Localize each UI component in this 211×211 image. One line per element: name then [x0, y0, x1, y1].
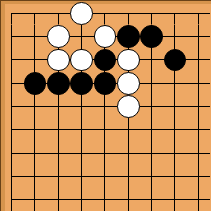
intersection-g7: [140, 142, 163, 165]
white-stone: [47, 49, 70, 72]
intersection-g4: [140, 72, 163, 95]
intersection-d4: [70, 72, 93, 95]
intersection-f3: [117, 48, 140, 71]
intersection-b4: [23, 72, 46, 95]
intersection-d8: [70, 165, 93, 188]
black-stone: [47, 72, 70, 95]
intersection-d9: [70, 188, 93, 211]
white-stone: [70, 49, 93, 72]
black-stone: [70, 72, 93, 95]
intersection-b2: [23, 25, 46, 48]
go-board-diagram: [0, 0, 211, 211]
intersection-a8: [0, 165, 23, 188]
intersection-e8: [93, 165, 116, 188]
intersection-f7: [117, 142, 140, 165]
intersection-e6: [93, 118, 116, 141]
intersection-i8: [187, 165, 210, 188]
intersection-b1: [23, 2, 46, 25]
intersection-g9: [140, 188, 163, 211]
intersection-g8: [140, 165, 163, 188]
intersection-b8: [23, 165, 46, 188]
intersection-a9: [0, 188, 23, 211]
intersection-g2: [140, 25, 163, 48]
intersection-b5: [23, 95, 46, 118]
intersection-b9: [23, 188, 46, 211]
intersection-f9: [117, 188, 140, 211]
intersection-h9: [163, 188, 186, 211]
intersection-a7: [0, 142, 23, 165]
intersection-d3: [70, 48, 93, 71]
intersection-e7: [93, 142, 116, 165]
board-grid: [0, 2, 210, 211]
intersection-i9: [187, 188, 210, 211]
black-stone: [94, 72, 117, 95]
intersection-d5: [70, 95, 93, 118]
intersection-e1: [93, 2, 116, 25]
intersection-b3: [23, 48, 46, 71]
intersection-f1: [117, 2, 140, 25]
intersection-d6: [70, 118, 93, 141]
intersection-h8: [163, 165, 186, 188]
intersection-d1: [70, 2, 93, 25]
black-stone: [117, 25, 140, 48]
intersection-c9: [47, 188, 70, 211]
intersection-i5: [187, 95, 210, 118]
intersection-d7: [70, 142, 93, 165]
intersection-f5: [117, 95, 140, 118]
intersection-a6: [0, 118, 23, 141]
intersection-i7: [187, 142, 210, 165]
intersection-e2: [93, 25, 116, 48]
intersection-h6: [163, 118, 186, 141]
intersection-f8: [117, 165, 140, 188]
intersection-c3: [47, 48, 70, 71]
intersection-i1: [187, 2, 210, 25]
white-stone: [47, 25, 70, 48]
intersection-f6: [117, 118, 140, 141]
intersection-g6: [140, 118, 163, 141]
intersection-e9: [93, 188, 116, 211]
intersection-c5: [47, 95, 70, 118]
intersection-i4: [187, 72, 210, 95]
intersection-f2: [117, 25, 140, 48]
white-stone: [117, 49, 140, 72]
white-stone: [117, 95, 140, 118]
black-stone: [164, 49, 187, 72]
intersection-e5: [93, 95, 116, 118]
intersection-c7: [47, 142, 70, 165]
intersection-h2: [163, 25, 186, 48]
intersection-i2: [187, 25, 210, 48]
intersection-c8: [47, 165, 70, 188]
intersection-g3: [140, 48, 163, 71]
intersection-c2: [47, 25, 70, 48]
intersection-a5: [0, 95, 23, 118]
intersection-b6: [23, 118, 46, 141]
intersection-h3: [163, 48, 186, 71]
white-stone: [117, 72, 140, 95]
intersection-e4: [93, 72, 116, 95]
intersection-f4: [117, 72, 140, 95]
intersection-c6: [47, 118, 70, 141]
intersection-b7: [23, 142, 46, 165]
intersection-h7: [163, 142, 186, 165]
white-stone: [70, 2, 93, 25]
black-stone: [24, 72, 47, 95]
intersection-g1: [140, 2, 163, 25]
intersection-a4: [0, 72, 23, 95]
intersection-a2: [0, 25, 23, 48]
intersection-c4: [47, 72, 70, 95]
intersection-a3: [0, 48, 23, 71]
intersection-h1: [163, 2, 186, 25]
intersection-g5: [140, 95, 163, 118]
intersection-d2: [70, 25, 93, 48]
intersection-e3: [93, 48, 116, 71]
black-stone: [94, 49, 117, 72]
black-stone: [140, 25, 163, 48]
white-stone: [94, 25, 117, 48]
intersection-i6: [187, 118, 210, 141]
intersection-i3: [187, 48, 210, 71]
intersection-a1: [0, 2, 23, 25]
intersection-h5: [163, 95, 186, 118]
intersection-c1: [47, 2, 70, 25]
intersection-h4: [163, 72, 186, 95]
